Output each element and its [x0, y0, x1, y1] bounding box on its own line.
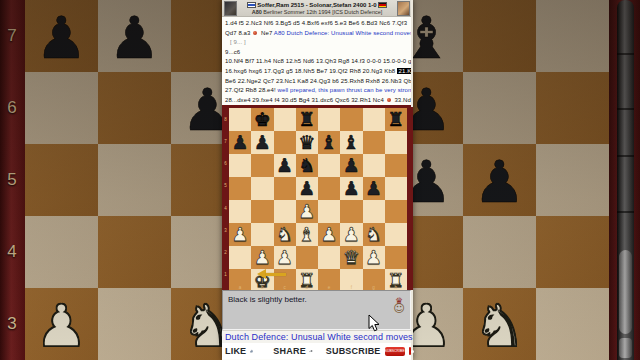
scrollbar-thumb-lower[interactable]	[619, 338, 632, 358]
square-b8[interactable]: ♚	[251, 108, 273, 131]
black-pawn[interactable]: ♟	[340, 177, 362, 200]
square-f4[interactable]	[340, 200, 362, 223]
white-knight[interactable]: ♞	[363, 223, 385, 246]
event-line: A80 Berliner Sommer 12th 1994 [ICS Dutch…	[237, 9, 397, 16]
rank-label-3: 3	[222, 228, 229, 233]
square-b3[interactable]	[251, 223, 273, 246]
square-a8[interactable]	[229, 108, 251, 131]
black-pawn[interactable]: ♟	[229, 131, 251, 154]
square-c2[interactable]: ♟	[274, 246, 296, 269]
square-e3[interactable]: ♟	[318, 223, 340, 246]
square-g4[interactable]	[363, 200, 385, 223]
square-b2[interactable]: ♟	[251, 246, 273, 269]
israel-flag-icon	[247, 2, 256, 8]
square-c6[interactable]: ♟	[274, 154, 296, 177]
square-g2[interactable]: ♟	[363, 246, 385, 269]
square-d5[interactable]: ♟	[296, 177, 318, 200]
players-result-line: Soffer,Ram 2515 - Solonar,Stefan 2400 1-…	[237, 2, 397, 9]
bg-square-h4[interactable]	[536, 216, 609, 288]
white-queen[interactable]: ♛	[340, 246, 362, 269]
move-text[interactable]: Be6 22.Nge2 Qc7 23.Nc1 Ka8 24.Qg3 b6 25.…	[225, 78, 411, 84]
bg-rank-label-6: 6	[2, 98, 22, 118]
square-a7[interactable]: ♟	[229, 131, 251, 154]
square-g3[interactable]: ♞	[363, 223, 385, 246]
move-text[interactable]: 16.hxg6 hxg6 17.Qg3 g5 18.Nh5 Be7 19.Qf2…	[225, 68, 397, 74]
black-rook[interactable]: ♜	[296, 108, 318, 131]
rank-label-8: 8	[222, 117, 229, 122]
notation-line: Qd7 8.a3 Ne7 A80 Dutch Defence: Unusual …	[225, 29, 408, 39]
event-name: Berliner Sommer 12th 1994	[263, 9, 330, 15]
square-e8[interactable]	[318, 108, 340, 131]
game-header: Soffer,Ram 2515 - Solonar,Stefan 2400 1-…	[222, 0, 411, 17]
bg-black-pawn[interactable]: ♟	[25, 0, 98, 72]
opening-caption-bar: Dutch Defence: Unusual White second move…	[222, 330, 411, 343]
white-pawn[interactable]: ♟	[363, 246, 385, 269]
square-a4[interactable]	[229, 200, 251, 223]
current-move[interactable]: 21.Kb1	[397, 68, 411, 74]
bg-square-a4[interactable]	[25, 216, 98, 288]
square-b4[interactable]	[251, 200, 273, 223]
bg-black-pawn[interactable]: ♟	[98, 0, 171, 72]
comment-text[interactable]: well prepared, this pawn thrust can be v…	[278, 87, 411, 93]
square-g8[interactable]	[363, 108, 385, 131]
square-g7[interactable]	[363, 131, 385, 154]
bg-square-g6[interactable]	[463, 72, 536, 144]
bg-rank-label-3: 3	[2, 314, 22, 334]
square-g6[interactable]	[363, 154, 385, 177]
notation-line: 28...dxe4 29.fxe4 f4 30.d5 Bg4 31.dxc6 Q…	[225, 96, 408, 105]
scrollbar-segment-line	[617, 211, 634, 213]
white-pawn[interactable]: ♟	[229, 223, 251, 246]
notation-line: 10.Nf4 Bf7 11.h4 Nc8 12.h5 Nd6 13.Qh3 Rg…	[225, 57, 408, 67]
square-b5[interactable]	[251, 177, 273, 200]
square-f7[interactable]: ♝	[340, 131, 362, 154]
move-text[interactable]: Ne7	[259, 30, 274, 36]
square-d4[interactable]: ♟	[296, 200, 318, 223]
bg-rank-label-7: 7	[2, 26, 22, 46]
subscribe-button[interactable]: SUBSCRIBE	[385, 347, 405, 356]
black-queen[interactable]: ♛	[296, 131, 318, 154]
move-text[interactable]: 33.Nd5	[393, 97, 411, 103]
bg-square-h5[interactable]	[536, 144, 609, 216]
square-d7[interactable]: ♛	[296, 131, 318, 154]
move-text[interactable]: Qd7 8.a3	[225, 30, 252, 36]
square-h6[interactable]	[385, 154, 407, 177]
black-pawn[interactable]: ♟	[340, 154, 362, 177]
square-a2[interactable]	[229, 246, 251, 269]
evaluation-panel: Black is slightly better. ♛ ☺	[222, 290, 411, 330]
square-c5[interactable]	[274, 177, 296, 200]
square-f2[interactable]: ♛	[340, 246, 362, 269]
scrollbar-thumb[interactable]	[619, 250, 632, 334]
black-pawn[interactable]: ♟	[296, 177, 318, 200]
square-c3[interactable]: ♞	[274, 223, 296, 246]
bg-white-pawn[interactable]: ♟	[25, 288, 98, 360]
scrollbar-segment-line	[617, 155, 634, 157]
square-c7[interactable]	[274, 131, 296, 154]
bg-square-b5[interactable]	[98, 144, 171, 216]
share-arrow-icon[interactable]	[309, 346, 313, 356]
social-bar: LIKE SHARE SUBSCRIBE SUBSCRIBE	[222, 343, 411, 359]
share-label[interactable]: SHARE	[273, 346, 306, 356]
black-king[interactable]: ♚	[251, 108, 273, 131]
move-text[interactable]: 9...c6	[225, 49, 240, 55]
square-h5[interactable]	[385, 177, 407, 200]
black-knight[interactable]: ♞	[296, 154, 318, 177]
germany-flag-icon	[378, 2, 387, 8]
white-pawn[interactable]: ♟	[296, 200, 318, 223]
notation-line: 1.d4 f5 2.Nc3 Nf6 3.Bg5 d5 4.Bxf6 exf6 5…	[225, 19, 408, 29]
thumbs-up-icon[interactable]	[250, 346, 253, 356]
bg-square-b6[interactable]	[98, 72, 171, 144]
square-h2[interactable]	[385, 246, 407, 269]
square-e2[interactable]	[318, 246, 340, 269]
bg-rank-label-5: 5	[2, 170, 22, 190]
square-e5[interactable]	[318, 177, 340, 200]
video-frame: ♟♟♛♝♝♟♞♟♟♟♟♟♟♞♝♟♟♞ 76543 Soffer,Ram 2515…	[0, 0, 640, 360]
evaluation-text: Black is slightly better.	[223, 291, 410, 304]
square-e7[interactable]: ♝	[318, 131, 340, 154]
white-player-avatar	[224, 1, 237, 16]
king-icon: ♛ ☺	[391, 297, 407, 313]
bg-square-b4[interactable]	[98, 216, 171, 288]
square-a6[interactable]	[229, 154, 251, 177]
subscribe-label[interactable]: SUBSCRIBE	[326, 346, 381, 356]
players-text: Soffer,Ram 2515 - Solonar,Stefan 2400 1-…	[257, 2, 376, 8]
square-a5[interactable]	[229, 177, 251, 200]
rank-label-6: 6	[222, 161, 229, 166]
square-f3[interactable]: ♟	[340, 223, 362, 246]
square-f8[interactable]	[340, 108, 362, 131]
bg-square-a5[interactable]	[25, 144, 98, 216]
comment-text[interactable]: A80 Dutch Defence: Unusual White second …	[274, 30, 411, 36]
square-b6[interactable]	[251, 154, 273, 177]
bg-square-b3[interactable]	[98, 288, 171, 360]
square-h4[interactable]	[385, 200, 407, 223]
mouse-cursor	[368, 314, 380, 332]
bg-square-g4[interactable]	[463, 216, 536, 288]
move-text[interactable]: 28...dxe4 29.fxe4 f4 30.d5 Bg4 31.dxc6 Q…	[225, 97, 386, 103]
black-bishop[interactable]: ♝	[340, 131, 362, 154]
square-c8[interactable]	[274, 108, 296, 131]
chess-board[interactable]: ♚♜♜♟♟♛♝♝♟♞♟♟♟♟♟♟♞♝♟♟♞♟♟♛♟♚♜♜	[229, 108, 407, 286]
bg-white-knight[interactable]: ♞	[463, 288, 536, 360]
bg-square-g7[interactable]	[463, 0, 536, 72]
analysis-window: Soffer,Ram 2515 - Solonar,Stefan 2400 1-…	[222, 0, 413, 360]
like-label[interactable]: LIKE	[225, 346, 246, 356]
black-pawn[interactable]: ♟	[363, 177, 385, 200]
bg-square-a6[interactable]	[25, 72, 98, 144]
bg-square-h6[interactable]	[536, 72, 609, 144]
rank-label-1: 1	[222, 272, 229, 277]
square-g5[interactable]: ♟	[363, 177, 385, 200]
last-move-arrow	[257, 269, 266, 279]
black-bishop[interactable]: ♝	[318, 131, 340, 154]
move-text[interactable]: [ 9... ]	[230, 39, 246, 45]
notation-line: Be6 22.Nge2 Qc7 23.Nc1 Ka8 24.Qg3 b6 25.…	[225, 77, 408, 87]
square-h8[interactable]: ♜	[385, 108, 407, 131]
move-text[interactable]: 10.Nf4 Bf7 11.h4 Nc8 12.h5 Nd6 13.Qh3 Rg…	[225, 58, 411, 64]
rank-label-5: 5	[222, 183, 229, 188]
black-pawn[interactable]: ♟	[274, 154, 296, 177]
annotator: [ICS Dutch Defence]	[332, 9, 382, 15]
annotation-circle-icon[interactable]	[253, 31, 257, 35]
move-text[interactable]: 27.Qf2 Rb8 28.e4!	[225, 87, 278, 93]
scrollbar-segment-line	[617, 53, 634, 55]
white-pawn[interactable]: ♟	[340, 223, 362, 246]
square-f6[interactable]: ♟	[340, 154, 362, 177]
notation-line: [ 9... ]	[225, 38, 408, 48]
black-pawn[interactable]: ♟	[251, 131, 273, 154]
notation-line: 16.hxg6 hxg6 17.Qg3 g5 18.Nh5 Be7 19.Qf2…	[225, 67, 408, 77]
rank-label-2: 2	[222, 250, 229, 255]
white-bishop[interactable]: ♝	[296, 223, 318, 246]
annotation-circle-icon[interactable]	[387, 98, 391, 102]
black-rook[interactable]: ♜	[385, 108, 407, 131]
notation-line: 27.Qf2 Rb8 28.e4! well prepared, this pa…	[225, 86, 408, 96]
move-text[interactable]: 1.d4 f5 2.Nc3 Nf6 3.Bg5 d5 4.Bxf6 exf6 5…	[225, 20, 407, 26]
last-move-arrow-line	[266, 273, 286, 276]
square-d2[interactable]	[296, 246, 318, 269]
square-a3[interactable]: ♟	[229, 223, 251, 246]
square-c4[interactable]	[274, 200, 296, 223]
rank-label-4: 4	[222, 206, 229, 211]
white-knight[interactable]: ♞	[274, 223, 296, 246]
square-d8[interactable]: ♜	[296, 108, 318, 131]
rank-label-7: 7	[222, 139, 229, 144]
white-pawn[interactable]: ♟	[274, 246, 296, 269]
square-h7[interactable]	[385, 131, 407, 154]
square-h3[interactable]	[385, 223, 407, 246]
bg-black-pawn[interactable]: ♟	[463, 144, 536, 216]
scrollbar-segment-line	[617, 108, 634, 110]
notation-line: 9...c6	[225, 48, 408, 58]
eco-code: A80	[252, 9, 262, 15]
square-e4[interactable]	[318, 200, 340, 223]
bg-square-h3[interactable]	[536, 288, 609, 360]
notation-panel[interactable]: 1.d4 f5 2.Nc3 Nf6 3.Bg5 d5 4.Bxf6 exf6 5…	[222, 17, 411, 105]
chess-board-frame: ♚♜♜♟♟♛♝♝♟♞♟♟♟♟♟♟♞♝♟♟♞♟♟♛♟♚♜♜ 87654321 ab…	[222, 107, 413, 290]
right-frame	[609, 0, 640, 360]
square-b7[interactable]: ♟	[251, 131, 273, 154]
square-f5[interactable]: ♟	[340, 177, 362, 200]
black-player-avatar	[397, 1, 410, 16]
white-pawn[interactable]: ♟	[318, 223, 340, 246]
bg-square-h7[interactable]	[536, 0, 609, 72]
square-d6[interactable]: ♞	[296, 154, 318, 177]
square-e6[interactable]	[318, 154, 340, 177]
white-pawn[interactable]: ♟	[251, 246, 273, 269]
bg-rank-label-4: 4	[2, 242, 22, 262]
square-d3[interactable]: ♝	[296, 223, 318, 246]
red-channel-icon[interactable]	[409, 347, 411, 355]
